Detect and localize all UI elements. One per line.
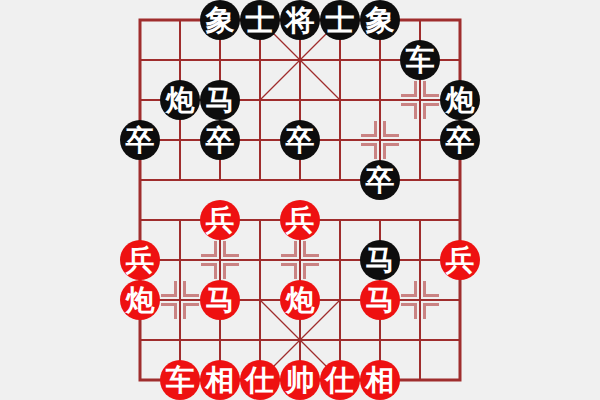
- last-move-from-marker: [361, 121, 399, 159]
- marker-corner-bracket: [423, 281, 439, 297]
- piece-red-advisor[interactable]: 仕: [240, 360, 280, 400]
- piece-black-soldier[interactable]: 卒: [440, 120, 480, 160]
- marker-corner-bracket: [201, 263, 217, 279]
- marker-corner-bracket: [303, 263, 319, 279]
- marker-corner-bracket: [383, 143, 399, 159]
- marker-corner-bracket: [201, 241, 217, 257]
- marker-corner-bracket: [223, 241, 239, 257]
- marker-corner-bracket: [183, 281, 199, 297]
- piece-black-soldier[interactable]: 卒: [360, 160, 400, 200]
- piece-red-king[interactable]: 帅: [280, 360, 320, 400]
- piece-black-cannon[interactable]: 炮: [160, 80, 200, 120]
- piece-black-horse[interactable]: 马: [360, 240, 400, 280]
- piece-black-soldier[interactable]: 卒: [120, 120, 160, 160]
- piece-red-soldier[interactable]: 兵: [440, 240, 480, 280]
- piece-black-chariot[interactable]: 车: [400, 40, 440, 80]
- piece-red-soldier[interactable]: 兵: [280, 200, 320, 240]
- piece-red-soldier[interactable]: 兵: [120, 240, 160, 280]
- last-move-from-marker: [401, 81, 439, 119]
- marker-corner-bracket: [281, 241, 297, 257]
- marker-corner-bracket: [161, 281, 177, 297]
- piece-red-chariot[interactable]: 车: [160, 360, 200, 400]
- last-move-from-marker: [401, 281, 439, 319]
- piece-red-cannon[interactable]: 炮: [280, 280, 320, 320]
- piece-black-advisor[interactable]: 士: [240, 0, 280, 40]
- marker-corner-bracket: [361, 143, 377, 159]
- marker-corner-bracket: [423, 303, 439, 319]
- board-background: 象士将士象车炮马炮卒卒卒卒卒兵兵兵马兵炮马炮马车相仕帅仕相: [0, 0, 600, 400]
- piece-black-soldier[interactable]: 卒: [200, 120, 240, 160]
- marker-corner-bracket: [383, 121, 399, 137]
- last-move-from-marker: [201, 241, 239, 279]
- xiangqi-board[interactable]: 象士将士象车炮马炮卒卒卒卒卒兵兵兵马兵炮马炮马车相仕帅仕相: [120, 0, 480, 400]
- piece-red-horse[interactable]: 马: [360, 280, 400, 320]
- piece-black-advisor[interactable]: 士: [320, 0, 360, 40]
- piece-red-elephant[interactable]: 相: [200, 360, 240, 400]
- piece-black-horse[interactable]: 马: [200, 80, 240, 120]
- marker-corner-bracket: [281, 263, 297, 279]
- piece-red-soldier[interactable]: 兵: [200, 200, 240, 240]
- last-move-from-marker: [161, 281, 199, 319]
- marker-corner-bracket: [223, 263, 239, 279]
- piece-red-elephant[interactable]: 相: [360, 360, 400, 400]
- marker-corner-bracket: [183, 303, 199, 319]
- marker-corner-bracket: [401, 103, 417, 119]
- piece-red-advisor[interactable]: 仕: [320, 360, 360, 400]
- piece-black-elephant[interactable]: 象: [360, 0, 400, 40]
- marker-corner-bracket: [401, 81, 417, 97]
- piece-red-cannon[interactable]: 炮: [120, 280, 160, 320]
- piece-black-soldier[interactable]: 卒: [280, 120, 320, 160]
- piece-black-king[interactable]: 将: [280, 0, 320, 40]
- piece-black-cannon[interactable]: 炮: [440, 80, 480, 120]
- marker-corner-bracket: [423, 103, 439, 119]
- marker-corner-bracket: [423, 81, 439, 97]
- piece-black-elephant[interactable]: 象: [200, 0, 240, 40]
- marker-corner-bracket: [361, 121, 377, 137]
- last-move-from-marker: [281, 241, 319, 279]
- marker-corner-bracket: [161, 303, 177, 319]
- marker-corner-bracket: [401, 303, 417, 319]
- marker-corner-bracket: [303, 241, 319, 257]
- piece-red-horse[interactable]: 马: [200, 280, 240, 320]
- marker-corner-bracket: [401, 281, 417, 297]
